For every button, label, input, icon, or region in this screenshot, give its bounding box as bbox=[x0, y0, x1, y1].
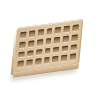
pit-r3c7[interactable] bbox=[71, 44, 77, 51]
pit-r2c6[interactable] bbox=[63, 35, 69, 42]
pit-r1c6[interactable] bbox=[64, 26, 70, 33]
pit-r4c4[interactable] bbox=[44, 57, 50, 64]
pit-r2c1[interactable] bbox=[19, 41, 25, 48]
pit-r3c3[interactable] bbox=[36, 49, 42, 56]
pit-r4c3[interactable] bbox=[35, 58, 41, 65]
pit-r4c2[interactable] bbox=[26, 60, 32, 67]
pit-r2c4[interactable] bbox=[45, 38, 51, 45]
pit-r3c1[interactable] bbox=[18, 51, 24, 58]
product-photo-background bbox=[0, 0, 98, 98]
pit-r4c5[interactable] bbox=[52, 56, 58, 63]
pit-r1c1[interactable] bbox=[20, 32, 26, 39]
pit-r2c3[interactable] bbox=[37, 39, 43, 46]
pit-r4c6[interactable] bbox=[61, 55, 67, 62]
pit-r3c2[interactable] bbox=[27, 50, 33, 57]
pit-r2c2[interactable] bbox=[28, 40, 34, 47]
pit-r2c7[interactable] bbox=[72, 34, 78, 41]
pit-r3c4[interactable] bbox=[44, 47, 50, 54]
wooden-mancala-board bbox=[13, 19, 83, 73]
pit-r3c6[interactable] bbox=[62, 45, 68, 52]
pit-r1c3[interactable] bbox=[37, 29, 43, 36]
pit-r4c7[interactable] bbox=[70, 54, 76, 61]
pit-r1c4[interactable] bbox=[46, 28, 52, 35]
pit-r1c2[interactable] bbox=[29, 30, 35, 37]
pit-r2c5[interactable] bbox=[54, 37, 60, 44]
pit-r4c1[interactable] bbox=[17, 61, 23, 68]
pit-r3c5[interactable] bbox=[53, 46, 59, 53]
pit-r1c5[interactable] bbox=[55, 27, 61, 34]
pit-r1c7[interactable] bbox=[72, 24, 78, 31]
